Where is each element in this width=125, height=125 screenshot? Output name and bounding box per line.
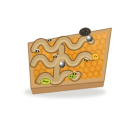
brand-logo-oval bbox=[41, 79, 51, 85]
product-photo bbox=[0, 0, 125, 125]
maze-board-scene bbox=[0, 0, 125, 125]
leaf-oval bbox=[68, 74, 76, 78]
marble-ball[interactable] bbox=[59, 61, 65, 67]
honey-dot bbox=[92, 53, 99, 60]
marble-ball[interactable] bbox=[86, 35, 92, 41]
